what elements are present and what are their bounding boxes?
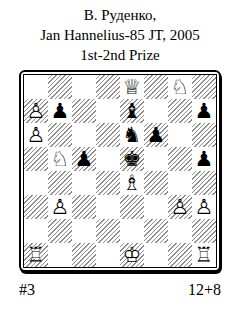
square-b7: ♟	[48, 99, 72, 123]
white-rook: ♜♖	[192, 245, 216, 266]
board-area: ♛♕♞♘♟♙♟♝♟♟♙♞♟♞♘♟♚♟♝♗♟♙♟♙♟♙♜♖♚♔♜♖	[0, 70, 240, 272]
square-f3	[144, 195, 168, 219]
chess-board: ♛♕♞♘♟♙♟♝♟♟♙♞♟♞♘♟♚♟♝♗♟♙♟♙♟♙♜♖♚♔♜♖	[24, 75, 216, 267]
square-d7	[96, 99, 120, 123]
square-d1	[96, 243, 120, 267]
tournament-title: Jan Hannelius-85 JT, 2005	[0, 25, 240, 45]
square-g6	[168, 123, 192, 147]
board-outer-frame: ♛♕♞♘♟♙♟♝♟♟♙♞♟♞♘♟♚♟♝♗♟♙♟♙♟♙♜♖♚♔♜♖	[19, 70, 221, 272]
square-h5: ♟	[192, 147, 216, 171]
square-c7	[72, 99, 96, 123]
square-h6	[192, 123, 216, 147]
square-b2	[48, 219, 72, 243]
black-knight: ♞	[120, 125, 144, 146]
square-d4	[96, 171, 120, 195]
square-e5: ♚	[120, 147, 144, 171]
square-a3	[24, 195, 48, 219]
square-a6: ♟♙	[24, 123, 48, 147]
white-pawn: ♟♙	[48, 197, 72, 218]
square-b1	[48, 243, 72, 267]
board-inner-frame: ♛♕♞♘♟♙♟♝♟♟♙♞♟♞♘♟♚♟♝♗♟♙♟♙♟♙♜♖♚♔♜♖	[23, 74, 217, 268]
white-pawn: ♟♙	[168, 197, 192, 218]
square-a7: ♟♙	[24, 99, 48, 123]
black-pawn: ♟	[144, 125, 168, 146]
square-e4: ♝♗	[120, 171, 144, 195]
square-b6	[48, 123, 72, 147]
square-e3	[120, 195, 144, 219]
square-e1: ♚♔	[120, 243, 144, 267]
square-d3	[96, 195, 120, 219]
square-c4	[72, 171, 96, 195]
square-b8	[48, 75, 72, 99]
composer-name: В. Руденко,	[0, 5, 240, 25]
square-d2	[96, 219, 120, 243]
square-f7	[144, 99, 168, 123]
white-pawn: ♟♙	[24, 101, 48, 122]
square-c6	[72, 123, 96, 147]
white-knight: ♞♘	[48, 149, 72, 170]
black-pawn: ♟	[72, 149, 96, 170]
square-f8	[144, 75, 168, 99]
square-h2	[192, 219, 216, 243]
black-bishop: ♝	[120, 101, 144, 122]
stipulation: #3	[19, 281, 35, 299]
black-pawn: ♟	[192, 101, 216, 122]
square-f2	[144, 219, 168, 243]
square-c3	[72, 195, 96, 219]
square-e8: ♛♕	[120, 75, 144, 99]
white-bishop: ♝♗	[120, 173, 144, 194]
material-count: 12+8	[188, 281, 221, 299]
black-pawn: ♟	[48, 101, 72, 122]
white-pawn: ♟♙	[24, 125, 48, 146]
white-queen: ♛♕	[120, 77, 144, 98]
white-king: ♚♔	[120, 245, 144, 266]
problem-footer: #3 12+8	[19, 281, 221, 299]
square-f4	[144, 171, 168, 195]
square-h3: ♟♙	[192, 195, 216, 219]
square-c8	[72, 75, 96, 99]
black-pawn: ♟	[192, 149, 216, 170]
white-pawn: ♟♙	[192, 197, 216, 218]
square-g4	[168, 171, 192, 195]
square-c1	[72, 243, 96, 267]
square-a2	[24, 219, 48, 243]
square-f1	[144, 243, 168, 267]
square-d5	[96, 147, 120, 171]
square-h4	[192, 171, 216, 195]
square-g7	[168, 99, 192, 123]
square-b4	[48, 171, 72, 195]
square-g8: ♞♘	[168, 75, 192, 99]
square-b5: ♞♘	[48, 147, 72, 171]
white-knight: ♞♘	[168, 77, 192, 98]
square-e7: ♝	[120, 99, 144, 123]
problem-header: В. Руденко, Jan Hannelius-85 JT, 2005 1s…	[0, 0, 240, 65]
black-king: ♚	[120, 149, 144, 170]
prize-line: 1st-2nd Prize	[0, 45, 240, 65]
square-e6: ♞	[120, 123, 144, 147]
square-b3: ♟♙	[48, 195, 72, 219]
square-h1: ♜♖	[192, 243, 216, 267]
square-c5: ♟	[72, 147, 96, 171]
square-d8	[96, 75, 120, 99]
white-rook: ♜♖	[24, 245, 48, 266]
square-d6	[96, 123, 120, 147]
square-a4	[24, 171, 48, 195]
square-f6: ♟	[144, 123, 168, 147]
square-g3: ♟♙	[168, 195, 192, 219]
square-h8	[192, 75, 216, 99]
square-g1	[168, 243, 192, 267]
square-g2	[168, 219, 192, 243]
square-a5	[24, 147, 48, 171]
square-g5	[168, 147, 192, 171]
square-a8	[24, 75, 48, 99]
square-a1: ♜♖	[24, 243, 48, 267]
square-f5	[144, 147, 168, 171]
square-e2	[120, 219, 144, 243]
square-h7: ♟	[192, 99, 216, 123]
square-c2	[72, 219, 96, 243]
